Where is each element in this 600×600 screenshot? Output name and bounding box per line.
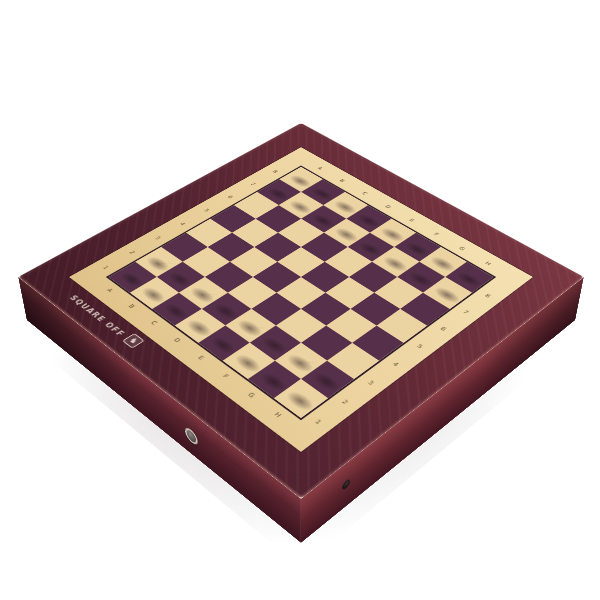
chess-grid: ♜♞♝♛♚♝♞♜♟♟♟♟♟♟♟♟♟♟♟♟♟♟♟♟♜♞♝♛♚♝♞♜ <box>106 165 496 420</box>
rank-label-right: 8 <box>480 291 495 300</box>
piece-glyph: ♜ <box>270 341 328 406</box>
file-label-bottom: A <box>103 286 117 295</box>
rank-label-right: 3 <box>363 377 379 388</box>
product-photo: AA11BB22CC33DD44EE55FF66GG77HH88 ♜♞♝♛♚♝♞… <box>0 0 600 600</box>
knight-badge-icon: ♞ <box>123 333 146 348</box>
board-top-surface: AA11BB22CC33DD44EE55FF66GG77HH88 ♜♞♝♛♚♝♞… <box>18 123 584 499</box>
piece-glyph: ♟ <box>422 246 469 299</box>
rank-label-right: 6 <box>435 324 450 334</box>
file-label-bottom: F <box>218 371 233 382</box>
file-label-bottom: D <box>170 335 185 345</box>
file-label-bottom: E <box>193 353 208 364</box>
rank-label-right: 4 <box>388 359 404 370</box>
power-port-icon <box>342 478 350 492</box>
rank-label-left: 6 <box>224 193 237 201</box>
chess-board-3d: AA11BB22CC33DD44EE55FF66GG77HH88 ♜♞♝♛♚♝♞… <box>18 123 584 499</box>
file-label-bottom: B <box>124 302 138 312</box>
file-label-bottom: G <box>243 390 259 401</box>
rank-label-right: 5 <box>412 341 427 351</box>
file-label-bottom: H <box>270 409 286 421</box>
rank-label-left: 5 <box>200 206 213 214</box>
power-button-icon[interactable] <box>185 425 199 448</box>
scene: AA11BB22CC33DD44EE55FF66GG77HH88 ♜♞♝♛♚♝♞… <box>0 0 600 600</box>
rank-label-right: 7 <box>458 307 473 317</box>
file-label-bottom: C <box>147 318 162 328</box>
rank-label-right: 2 <box>337 396 353 407</box>
rank-label-right: 1 <box>310 416 326 428</box>
